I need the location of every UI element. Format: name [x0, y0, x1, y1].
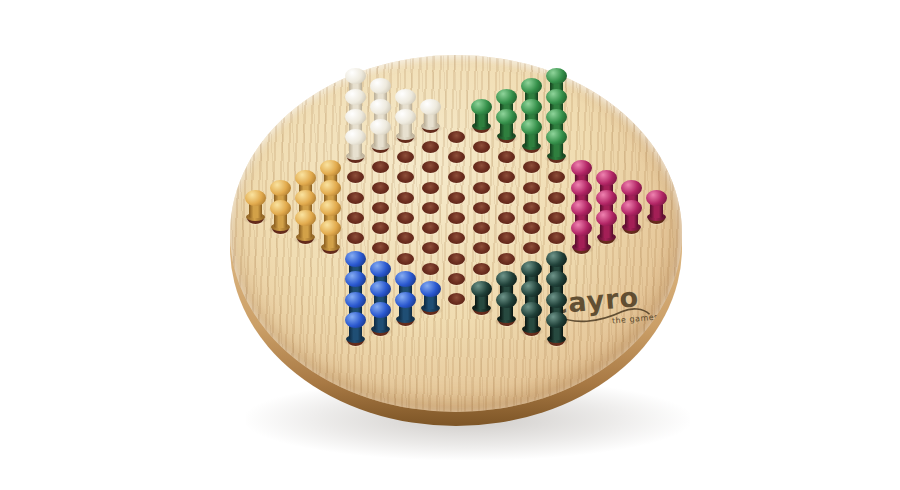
peg-bulb: [270, 180, 291, 196]
hole[interactable]: [372, 202, 389, 214]
peg-blue[interactable]: [420, 281, 441, 312]
hole[interactable]: [498, 253, 515, 265]
peg-bulb: [395, 109, 416, 125]
peg-bulb: [370, 261, 391, 277]
peg-white[interactable]: [370, 119, 391, 150]
hole[interactable]: [473, 263, 490, 275]
hole[interactable]: [473, 141, 490, 153]
peg-blue[interactable]: [395, 292, 416, 323]
hole[interactable]: [473, 182, 490, 194]
hole[interactable]: [347, 212, 364, 224]
hole[interactable]: [372, 182, 389, 194]
peg-bulb: [295, 170, 316, 186]
peg-bulb: [646, 190, 667, 206]
peg-blue[interactable]: [345, 312, 366, 343]
hole[interactable]: [422, 182, 439, 194]
peg-bulb: [270, 200, 291, 216]
hole[interactable]: [347, 232, 364, 244]
hole[interactable]: [548, 192, 565, 204]
hole[interactable]: [473, 202, 490, 214]
peg-bulb: [471, 281, 492, 297]
peg-bulb: [295, 210, 316, 226]
peg-yellow[interactable]: [295, 210, 316, 241]
peg-bulb: [521, 302, 542, 318]
peg-bulb: [521, 281, 542, 297]
peg-bulb: [420, 281, 441, 297]
peg-bulb: [546, 109, 567, 125]
peg-bulb: [295, 190, 316, 206]
hole[interactable]: [448, 171, 465, 183]
hole[interactable]: [448, 192, 465, 204]
peg-bulb: [345, 89, 366, 105]
peg-bulb: [345, 312, 366, 328]
hole[interactable]: [548, 171, 565, 183]
peg-bulb: [571, 160, 592, 176]
hole[interactable]: [473, 161, 490, 173]
hole[interactable]: [397, 232, 414, 244]
peg-dark-green[interactable]: [471, 281, 492, 312]
peg-magenta[interactable]: [646, 190, 667, 221]
peg-bulb: [370, 302, 391, 318]
peg-bulb: [320, 220, 341, 236]
peg-bulb: [521, 78, 542, 94]
peg-bulb: [395, 89, 416, 105]
peg-bulb: [596, 190, 617, 206]
hole[interactable]: [422, 202, 439, 214]
peg-bulb: [621, 200, 642, 216]
peg-yellow[interactable]: [320, 220, 341, 251]
hole[interactable]: [548, 212, 565, 224]
hole[interactable]: [448, 232, 465, 244]
hole[interactable]: [422, 141, 439, 153]
hole[interactable]: [523, 161, 540, 173]
hole[interactable]: [422, 263, 439, 275]
hole[interactable]: [448, 131, 465, 143]
peg-bulb: [345, 271, 366, 287]
hole[interactable]: [347, 171, 364, 183]
peg-bulb: [596, 170, 617, 186]
peg-yellow[interactable]: [270, 200, 291, 231]
peg-blue[interactable]: [370, 302, 391, 333]
peg-bulb: [546, 129, 567, 145]
peg-magenta[interactable]: [621, 200, 642, 231]
peg-bulb: [395, 271, 416, 287]
peg-bulb: [546, 68, 567, 84]
hole[interactable]: [498, 232, 515, 244]
hole[interactable]: [523, 242, 540, 254]
peg-bulb: [496, 292, 517, 308]
peg-bulb: [395, 292, 416, 308]
hole[interactable]: [347, 192, 364, 204]
peg-green[interactable]: [471, 99, 492, 130]
hole[interactable]: [372, 222, 389, 234]
peg-bulb: [546, 312, 567, 328]
hole[interactable]: [422, 242, 439, 254]
peg-bulb: [496, 109, 517, 125]
peg-yellow[interactable]: [245, 190, 266, 221]
hole[interactable]: [397, 192, 414, 204]
peg-bulb: [345, 251, 366, 267]
hole[interactable]: [372, 161, 389, 173]
peg-bulb: [345, 292, 366, 308]
hole[interactable]: [523, 222, 540, 234]
hole[interactable]: [448, 253, 465, 265]
peg-bulb: [471, 99, 492, 115]
hole[interactable]: [498, 151, 515, 163]
peg-bulb: [370, 281, 391, 297]
peg-bulb: [596, 210, 617, 226]
hole[interactable]: [448, 293, 465, 305]
peg-green[interactable]: [521, 119, 542, 150]
peg-bulb: [546, 271, 567, 287]
hole[interactable]: [397, 212, 414, 224]
peg-dark-green[interactable]: [496, 292, 517, 323]
peg-magenta[interactable]: [571, 220, 592, 251]
peg-bulb: [571, 200, 592, 216]
hole[interactable]: [397, 253, 414, 265]
hole[interactable]: [448, 212, 465, 224]
hole[interactable]: [498, 192, 515, 204]
peg-bulb: [496, 89, 517, 105]
peg-white[interactable]: [420, 99, 441, 130]
hole[interactable]: [448, 273, 465, 285]
peg-bulb: [345, 109, 366, 125]
hole-grid: [0, 0, 900, 490]
peg-bulb: [621, 180, 642, 196]
peg-bulb: [370, 99, 391, 115]
peg-bulb: [420, 99, 441, 115]
hole[interactable]: [498, 212, 515, 224]
hole[interactable]: [397, 171, 414, 183]
product-photo: cayro the games: [0, 0, 900, 490]
peg-bulb: [521, 119, 542, 135]
peg-magenta[interactable]: [596, 210, 617, 241]
hole[interactable]: [473, 242, 490, 254]
peg-bulb: [571, 220, 592, 236]
peg-bulb: [320, 180, 341, 196]
peg-bulb: [320, 160, 341, 176]
peg-bulb: [521, 99, 542, 115]
peg-bulb: [370, 119, 391, 135]
peg-green[interactable]: [546, 129, 567, 160]
hole[interactable]: [548, 232, 565, 244]
peg-bulb: [521, 261, 542, 277]
hole[interactable]: [422, 161, 439, 173]
peg-bulb: [546, 89, 567, 105]
peg-bulb: [546, 292, 567, 308]
hole[interactable]: [422, 222, 439, 234]
peg-dark-green[interactable]: [521, 302, 542, 333]
peg-bulb: [571, 180, 592, 196]
peg-bulb: [345, 68, 366, 84]
peg-green[interactable]: [496, 109, 517, 140]
peg-bulb: [345, 129, 366, 145]
peg-bulb: [245, 190, 266, 206]
peg-white[interactable]: [345, 129, 366, 160]
hole[interactable]: [498, 171, 515, 183]
peg-bulb: [370, 78, 391, 94]
hole[interactable]: [397, 151, 414, 163]
peg-bulb: [496, 271, 517, 287]
hole[interactable]: [473, 222, 490, 234]
peg-bulb: [546, 251, 567, 267]
hole[interactable]: [372, 242, 389, 254]
hole[interactable]: [523, 182, 540, 194]
peg-white[interactable]: [395, 109, 416, 140]
hole[interactable]: [523, 202, 540, 214]
peg-dark-green[interactable]: [546, 312, 567, 343]
hole[interactable]: [448, 151, 465, 163]
peg-bulb: [320, 200, 341, 216]
